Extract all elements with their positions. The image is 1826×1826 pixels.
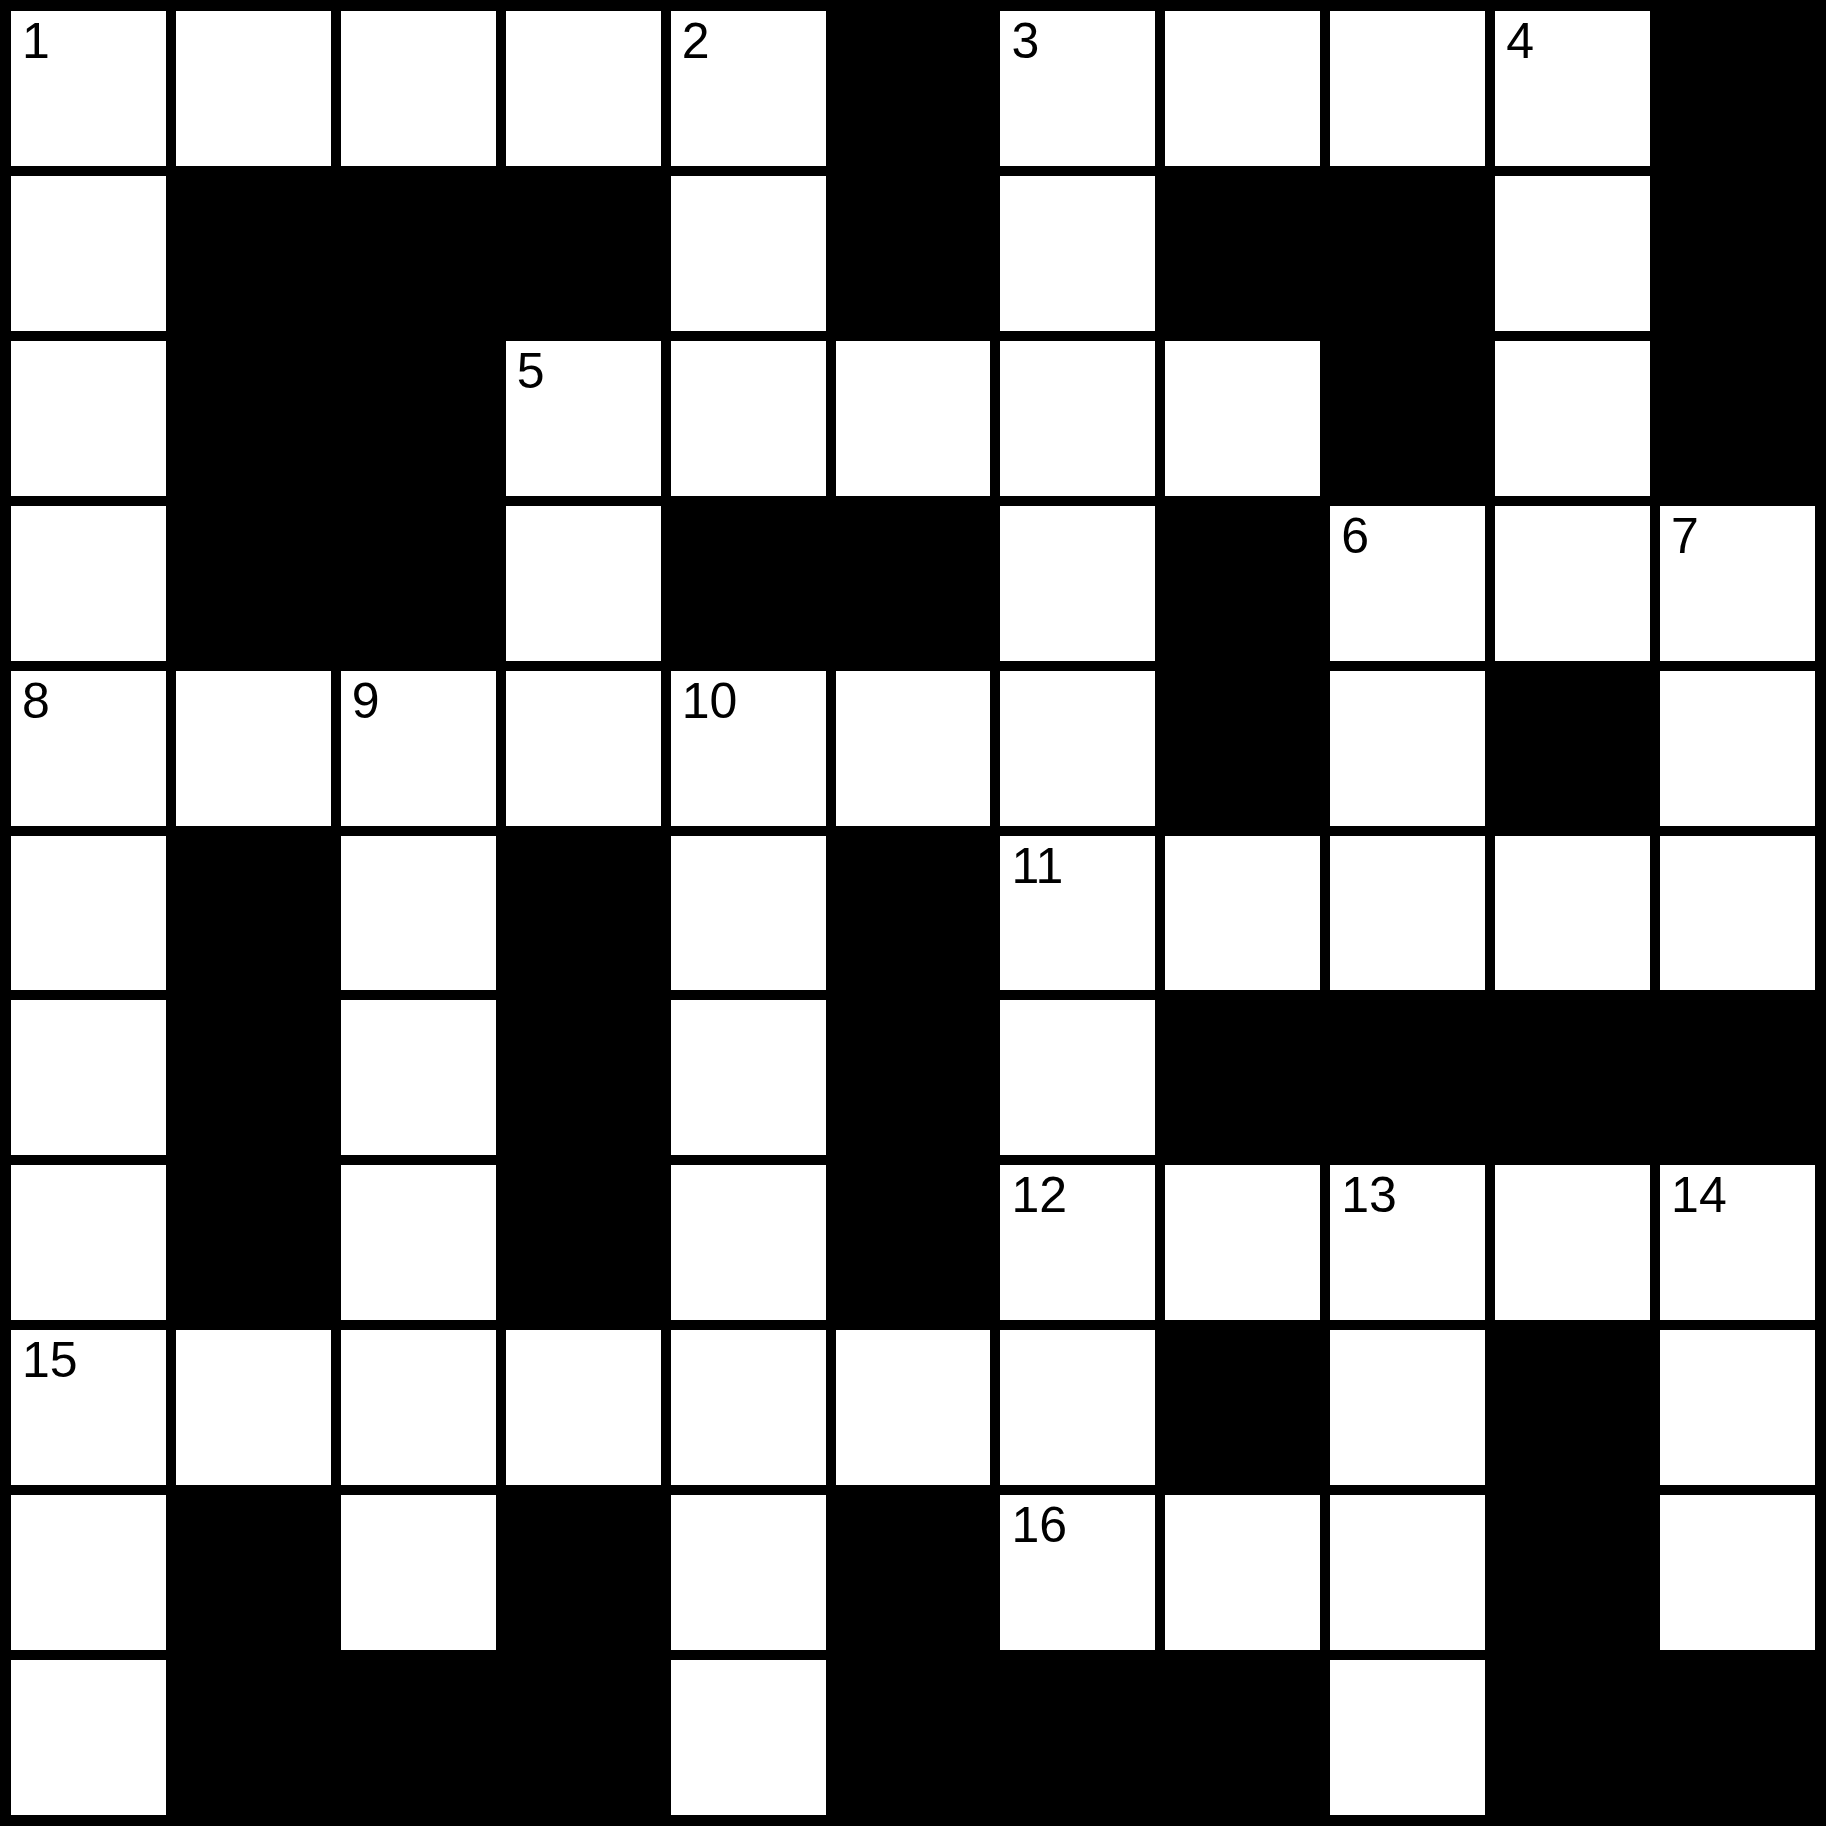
block-cell [836, 11, 991, 166]
clue-number: 12 [1011, 1167, 1067, 1225]
grid-cell[interactable] [506, 11, 661, 166]
grid-cell[interactable] [11, 836, 166, 991]
grid-cell[interactable] [1165, 836, 1320, 991]
clue-number: 9 [352, 673, 380, 731]
grid-cell[interactable] [1000, 341, 1155, 496]
block-cell [176, 1495, 331, 1650]
block-cell [506, 1000, 661, 1155]
block-cell [341, 176, 496, 331]
block-cell [671, 506, 826, 661]
grid-cell[interactable]: 7 [1660, 506, 1815, 661]
clue-number: 15 [22, 1332, 78, 1390]
grid-cell[interactable] [1495, 176, 1650, 331]
clue-number: 5 [517, 343, 545, 401]
grid-cell[interactable] [176, 1330, 331, 1485]
crossword-grid: 12345678910111213141516 [0, 0, 1826, 1826]
grid-cell[interactable] [671, 341, 826, 496]
block-cell [506, 1165, 661, 1320]
grid-cell[interactable] [176, 11, 331, 166]
block-cell [1165, 1000, 1320, 1155]
grid-cell[interactable] [1165, 1165, 1320, 1320]
block-cell [341, 341, 496, 496]
block-cell [1165, 1660, 1320, 1815]
grid-cell[interactable] [671, 1000, 826, 1155]
clue-number: 2 [682, 13, 710, 71]
grid-cell[interactable]: 6 [1330, 506, 1485, 661]
block-cell [506, 176, 661, 331]
grid-cell[interactable] [341, 1165, 496, 1320]
grid-cell[interactable] [671, 176, 826, 331]
clue-number: 1 [22, 13, 50, 71]
grid-cell[interactable] [1000, 1000, 1155, 1155]
grid-cell[interactable] [11, 1660, 166, 1815]
block-cell [176, 176, 331, 331]
grid-cell[interactable] [671, 836, 826, 991]
grid-cell[interactable]: 3 [1000, 11, 1155, 166]
grid-cell[interactable] [1495, 836, 1650, 991]
clue-number: 10 [682, 673, 738, 731]
grid-cell[interactable] [176, 671, 331, 826]
grid-cell[interactable]: 4 [1495, 11, 1650, 166]
block-cell [1495, 1000, 1650, 1155]
grid-cell[interactable] [341, 11, 496, 166]
grid-cell[interactable] [1495, 1165, 1650, 1320]
grid-cell[interactable] [1330, 11, 1485, 166]
clue-number: 4 [1506, 13, 1534, 71]
block-cell [1660, 176, 1815, 331]
grid-cell[interactable]: 1 [11, 11, 166, 166]
block-cell [1165, 671, 1320, 826]
block-cell [836, 1000, 991, 1155]
grid-cell[interactable] [1000, 176, 1155, 331]
block-cell [1330, 341, 1485, 496]
grid-cell[interactable] [1165, 1495, 1320, 1650]
block-cell [836, 836, 991, 991]
clue-number: 14 [1671, 1167, 1727, 1225]
grid-cell[interactable]: 16 [1000, 1495, 1155, 1650]
clue-number: 7 [1671, 508, 1699, 566]
grid-cell[interactable] [1660, 1330, 1815, 1485]
clue-number: 11 [1011, 838, 1063, 896]
grid-cell[interactable] [1000, 506, 1155, 661]
grid-cell[interactable] [1330, 1330, 1485, 1485]
block-cell [1165, 176, 1320, 331]
grid-cell[interactable] [836, 341, 991, 496]
grid-cell[interactable] [671, 1495, 826, 1650]
block-cell [176, 341, 331, 496]
grid-cell[interactable] [836, 1330, 991, 1485]
grid-cell[interactable] [341, 836, 496, 991]
clue-number: 13 [1341, 1167, 1397, 1225]
grid-cell[interactable]: 14 [1660, 1165, 1815, 1320]
block-cell [176, 1165, 331, 1320]
grid-cell[interactable] [341, 1495, 496, 1650]
grid-cell[interactable] [1330, 671, 1485, 826]
clue-number: 6 [1341, 508, 1369, 566]
clue-number: 8 [22, 673, 50, 731]
block-cell [341, 506, 496, 661]
grid-cell[interactable]: 10 [671, 671, 826, 826]
block-cell [1495, 1330, 1650, 1485]
block-cell [836, 176, 991, 331]
grid-cell[interactable] [671, 1165, 826, 1320]
block-cell [1660, 11, 1815, 166]
grid-cell[interactable] [11, 506, 166, 661]
grid-cell[interactable] [1330, 1660, 1485, 1815]
block-cell [1330, 176, 1485, 331]
grid-cell[interactable] [11, 1000, 166, 1155]
block-cell [1165, 1330, 1320, 1485]
grid-cell[interactable]: 13 [1330, 1165, 1485, 1320]
block-cell [176, 1000, 331, 1155]
block-cell [176, 506, 331, 661]
grid-cell[interactable]: 5 [506, 341, 661, 496]
grid-cell[interactable] [506, 671, 661, 826]
grid-cell[interactable]: 8 [11, 671, 166, 826]
block-cell [1495, 1660, 1650, 1815]
clue-number: 3 [1011, 13, 1039, 71]
block-cell [1495, 671, 1650, 826]
grid-cell[interactable]: 9 [341, 671, 496, 826]
grid-cell[interactable] [1165, 11, 1320, 166]
grid-cell[interactable] [1660, 836, 1815, 991]
grid-cell[interactable] [1165, 341, 1320, 496]
grid-cell[interactable] [506, 1330, 661, 1485]
grid-cell[interactable] [671, 1330, 826, 1485]
grid-cell[interactable] [11, 176, 166, 331]
grid-cell[interactable] [11, 341, 166, 496]
block-cell [1000, 1660, 1155, 1815]
grid-cell[interactable]: 15 [11, 1330, 166, 1485]
block-cell [1660, 1000, 1815, 1155]
grid-cell[interactable] [1000, 1330, 1155, 1485]
grid-cell[interactable] [341, 1330, 496, 1485]
block-cell [506, 1660, 661, 1815]
grid-cell[interactable] [1000, 671, 1155, 826]
grid-cell[interactable] [1495, 506, 1650, 661]
block-cell [506, 836, 661, 991]
grid-cell[interactable]: 11 [1000, 836, 1155, 991]
grid-cell[interactable] [671, 1660, 826, 1815]
block-cell [176, 1660, 331, 1815]
grid-cell[interactable]: 2 [671, 11, 826, 166]
block-cell [1330, 1000, 1485, 1155]
grid-cell[interactable] [1660, 1495, 1815, 1650]
clue-number: 16 [1011, 1497, 1067, 1555]
grid-cell[interactable] [1660, 671, 1815, 826]
block-cell [1660, 1660, 1815, 1815]
block-cell [836, 506, 991, 661]
block-cell [836, 1495, 991, 1650]
grid-cell[interactable] [11, 1165, 166, 1320]
grid-cell[interactable] [341, 1000, 496, 1155]
block-cell [836, 1165, 991, 1320]
grid-cell[interactable] [506, 506, 661, 661]
block-cell [1165, 506, 1320, 661]
block-cell [341, 1660, 496, 1815]
block-cell [176, 836, 331, 991]
block-cell [836, 1660, 991, 1815]
grid-cell[interactable]: 12 [1000, 1165, 1155, 1320]
grid-cell[interactable] [1330, 1495, 1485, 1650]
grid-cell[interactable] [11, 1495, 166, 1650]
grid-cell[interactable] [1330, 836, 1485, 991]
block-cell [506, 1495, 661, 1650]
grid-cell[interactable] [1495, 341, 1650, 496]
block-cell [1495, 1495, 1650, 1650]
block-cell [1660, 341, 1815, 496]
grid-cell[interactable] [836, 671, 991, 826]
